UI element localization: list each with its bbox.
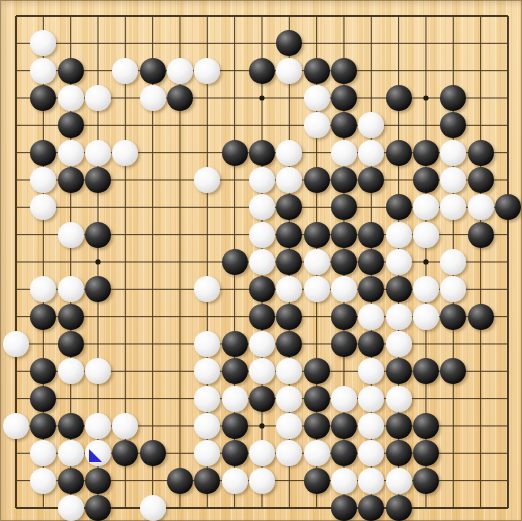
stone-black (386, 495, 412, 521)
stone-white (140, 495, 166, 521)
stone-black (140, 440, 166, 466)
stone-white (386, 468, 412, 494)
stone-white (304, 440, 330, 466)
stone-black (331, 304, 357, 330)
stone-white (304, 276, 330, 302)
stone-black (304, 468, 330, 494)
stone-white (222, 468, 248, 494)
stone-white (3, 331, 29, 357)
stone-black (85, 468, 111, 494)
stone-black (304, 58, 330, 84)
stone-white (112, 58, 138, 84)
stone-white (304, 249, 330, 275)
stone-white (331, 468, 357, 494)
stone-white (468, 194, 494, 220)
star-point (259, 423, 264, 428)
stone-black (58, 58, 84, 84)
stone-black (386, 276, 412, 302)
stone-white (112, 140, 138, 166)
stone-black (222, 413, 248, 439)
stone-black (58, 331, 84, 357)
stone-black (413, 468, 439, 494)
stone-white (358, 304, 384, 330)
stone-white (30, 468, 56, 494)
stone-black (85, 222, 111, 248)
stone-white (167, 58, 193, 84)
stone-black (304, 167, 330, 193)
stone-white (58, 358, 84, 384)
star-point (95, 259, 100, 264)
stone-black (468, 222, 494, 248)
stone-black (331, 167, 357, 193)
stone-black (249, 304, 275, 330)
stone-white (386, 304, 412, 330)
stone-white (58, 85, 84, 111)
stone-white (58, 222, 84, 248)
stone-black (222, 331, 248, 357)
stone-white (304, 85, 330, 111)
stone-black (58, 112, 84, 138)
stone-black (194, 468, 220, 494)
stone-black (30, 304, 56, 330)
stone-black (249, 386, 275, 412)
stone-white (85, 140, 111, 166)
stone-white (249, 468, 275, 494)
stone-black (331, 331, 357, 357)
stone-white (413, 222, 439, 248)
stone-black (386, 194, 412, 220)
stone-white (386, 222, 412, 248)
stone-white (30, 58, 56, 84)
stone-white (331, 386, 357, 412)
stone-white (222, 386, 248, 412)
stone-black (440, 304, 466, 330)
stone-white (85, 85, 111, 111)
stone-black (167, 468, 193, 494)
stone-white (140, 85, 166, 111)
stone-black (222, 140, 248, 166)
stone-black (58, 413, 84, 439)
stone-white (386, 386, 412, 412)
stone-black (386, 85, 412, 111)
stone-white (358, 468, 384, 494)
stone-black (331, 495, 357, 521)
stone-black (58, 468, 84, 494)
stone-white (85, 413, 111, 439)
stone-black (386, 358, 412, 384)
stone-black (304, 413, 330, 439)
stone-white (249, 249, 275, 275)
stone-white (194, 386, 220, 412)
stone-black (249, 140, 275, 166)
screenshot-root (0, 0, 522, 521)
stone-white (386, 249, 412, 275)
stone-black (167, 85, 193, 111)
stone-black (58, 167, 84, 193)
stone-white (3, 413, 29, 439)
stone-white (276, 140, 302, 166)
stone-black (58, 304, 84, 330)
stone-black (386, 140, 412, 166)
stone-black (222, 358, 248, 384)
stone-black (30, 140, 56, 166)
stone-white (58, 276, 84, 302)
star-point (423, 259, 428, 264)
stone-black (358, 222, 384, 248)
stone-white (331, 140, 357, 166)
stone-black (304, 358, 330, 384)
stone-white (58, 495, 84, 521)
stone-white (194, 58, 220, 84)
stone-white (413, 304, 439, 330)
stone-white (276, 386, 302, 412)
stone-black (331, 85, 357, 111)
stone-black (331, 413, 357, 439)
stone-black (30, 386, 56, 412)
stone-black (331, 249, 357, 275)
stone-white (249, 331, 275, 357)
stone-black (276, 222, 302, 248)
stone-white (58, 440, 84, 466)
stone-white (358, 140, 384, 166)
star-point (423, 95, 428, 100)
stone-black (85, 167, 111, 193)
stone-black (468, 167, 494, 193)
stone-black (222, 440, 248, 466)
stone-black (249, 58, 275, 84)
stone-black (331, 58, 357, 84)
stone-black (468, 304, 494, 330)
stone-black (413, 167, 439, 193)
stone-black (386, 413, 412, 439)
stone-white (249, 222, 275, 248)
stone-black (413, 140, 439, 166)
stone-black (304, 386, 330, 412)
stone-white (386, 331, 412, 357)
stone-white (304, 112, 330, 138)
stone-white (440, 140, 466, 166)
stone-black (222, 249, 248, 275)
stone-black (140, 58, 166, 84)
stone-white (249, 167, 275, 193)
stone-black (386, 440, 412, 466)
stone-black (468, 140, 494, 166)
stone-white (58, 140, 84, 166)
stone-white (358, 386, 384, 412)
go-board[interactable] (0, 0, 522, 521)
stone-black (331, 222, 357, 248)
stone-black (413, 413, 439, 439)
star-point (259, 95, 264, 100)
stone-black (304, 222, 330, 248)
stone-white (276, 58, 302, 84)
stone-black (276, 304, 302, 330)
stone-black (85, 495, 111, 521)
